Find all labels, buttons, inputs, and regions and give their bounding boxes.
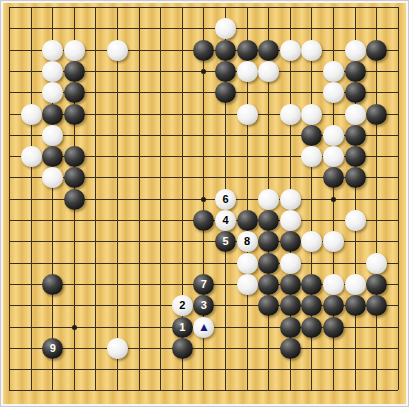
stone-white[interactable]	[366, 253, 387, 274]
stone-black[interactable]	[366, 40, 387, 61]
stone-black[interactable]	[345, 61, 366, 82]
stone-black[interactable]	[280, 295, 301, 316]
grid-line-horizontal	[9, 348, 398, 349]
grid-line-vertical	[398, 7, 399, 390]
stone-black[interactable]	[345, 146, 366, 167]
stone-black[interactable]	[345, 295, 366, 316]
stone-white[interactable]	[21, 104, 42, 125]
move-number-label: 1	[179, 322, 185, 333]
triangle-marker-icon: ▲	[198, 321, 210, 333]
stone-white[interactable]	[64, 40, 85, 61]
stone-white[interactable]	[323, 125, 344, 146]
stone-white[interactable]	[323, 146, 344, 167]
stone-black[interactable]	[215, 61, 236, 82]
stone-black[interactable]	[64, 189, 85, 210]
stone-white[interactable]	[280, 210, 301, 231]
move-number-label: 3	[201, 300, 207, 311]
stone-black[interactable]	[64, 82, 85, 103]
stone-black[interactable]	[323, 317, 344, 338]
go-board[interactable]: 64587231▲9	[3, 3, 406, 404]
stone-black[interactable]	[258, 274, 279, 295]
move-number-label: 4	[222, 215, 228, 226]
stone-white[interactable]	[301, 40, 322, 61]
stone-white[interactable]	[345, 274, 366, 295]
stone-black[interactable]	[258, 253, 279, 274]
stone-black[interactable]	[64, 104, 85, 125]
stone-white[interactable]	[258, 61, 279, 82]
stone-white[interactable]	[107, 40, 128, 61]
stone-black[interactable]	[280, 317, 301, 338]
stone-white[interactable]	[345, 210, 366, 231]
stone-white[interactable]	[323, 61, 344, 82]
stone-white[interactable]	[258, 189, 279, 210]
stone-black[interactable]	[280, 274, 301, 295]
stone-white[interactable]	[42, 61, 63, 82]
stone-white[interactable]	[323, 274, 344, 295]
stone-white[interactable]: 8	[237, 231, 258, 252]
stone-black[interactable]	[345, 167, 366, 188]
stone-white[interactable]	[237, 274, 258, 295]
stone-black[interactable]	[345, 82, 366, 103]
stone-black[interactable]: 9	[42, 338, 63, 359]
stone-black[interactable]	[280, 338, 301, 359]
stone-white[interactable]	[345, 40, 366, 61]
grid-line-horizontal	[9, 369, 398, 370]
stone-black[interactable]	[42, 104, 63, 125]
stone-white[interactable]	[280, 253, 301, 274]
stone-black[interactable]	[193, 40, 214, 61]
stone-black[interactable]	[301, 317, 322, 338]
stone-black[interactable]	[237, 210, 258, 231]
stone-white[interactable]	[42, 125, 63, 146]
stone-white[interactable]	[280, 40, 301, 61]
go-game-screenshot: 64587231▲9	[0, 0, 409, 407]
stone-white[interactable]	[280, 189, 301, 210]
stone-black[interactable]	[64, 61, 85, 82]
grid-line-horizontal	[9, 263, 398, 264]
stone-white[interactable]	[301, 104, 322, 125]
stone-white[interactable]: 2	[172, 295, 193, 316]
stone-white[interactable]	[21, 146, 42, 167]
stone-black[interactable]	[64, 146, 85, 167]
stone-black[interactable]	[215, 40, 236, 61]
stone-black[interactable]	[42, 274, 63, 295]
stone-white[interactable]	[107, 338, 128, 359]
stone-black[interactable]	[258, 40, 279, 61]
move-number-label: 9	[50, 343, 56, 354]
move-number-label: 6	[222, 194, 228, 205]
stone-black[interactable]	[172, 338, 193, 359]
grid-line-vertical	[376, 7, 377, 390]
move-number-label: 5	[222, 236, 228, 247]
star-point	[72, 325, 77, 330]
stone-white[interactable]: 6	[215, 189, 236, 210]
move-number-label: 2	[179, 300, 185, 311]
stone-black[interactable]	[366, 274, 387, 295]
star-point	[331, 197, 336, 202]
stone-white[interactable]	[237, 253, 258, 274]
grid-line-horizontal	[9, 390, 398, 391]
stone-white[interactable]: 4	[215, 210, 236, 231]
stone-black[interactable]	[280, 231, 301, 252]
stone-white[interactable]	[280, 104, 301, 125]
stone-white[interactable]: ▲	[193, 317, 214, 338]
wood-texture	[3, 3, 406, 404]
stone-white[interactable]	[345, 104, 366, 125]
stone-white[interactable]	[42, 40, 63, 61]
move-number-label: 7	[201, 279, 207, 290]
stone-white[interactable]	[237, 61, 258, 82]
stone-black[interactable]	[366, 104, 387, 125]
move-number-label: 8	[244, 236, 250, 247]
stone-black[interactable]	[237, 40, 258, 61]
stone-white[interactable]	[237, 104, 258, 125]
stone-black[interactable]: 1	[172, 317, 193, 338]
stone-black[interactable]	[345, 125, 366, 146]
